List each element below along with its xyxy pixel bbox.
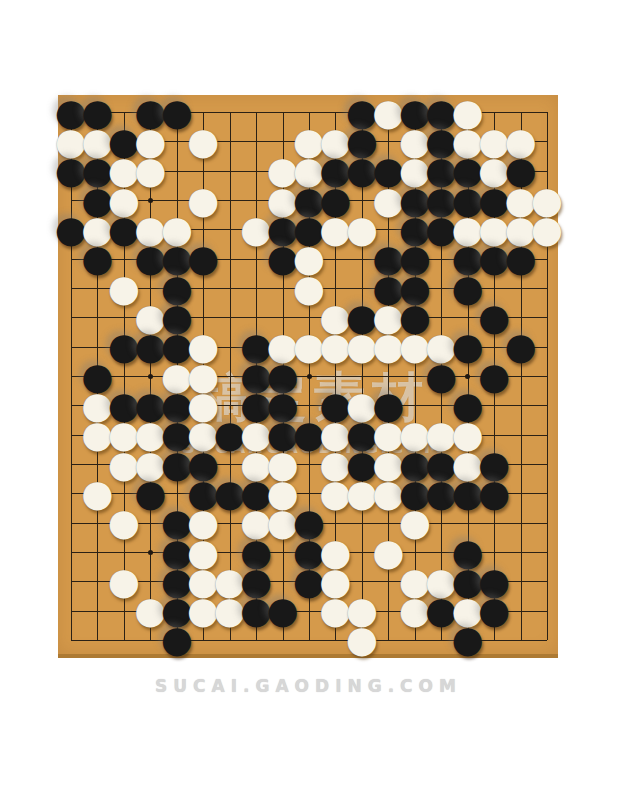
stone-black[interactable]: ● bbox=[507, 333, 534, 360]
stone-black[interactable]: ● bbox=[428, 363, 455, 390]
hoshi-star-point bbox=[307, 374, 312, 379]
watermark-bottom-text: SUCAI.GAODING.COM bbox=[0, 676, 617, 696]
hoshi-star-point bbox=[148, 374, 153, 379]
stone-white[interactable]: ● bbox=[401, 509, 428, 536]
hoshi-star-point bbox=[465, 374, 470, 379]
stone-white[interactable]: ● bbox=[348, 626, 375, 653]
stone-black[interactable]: ● bbox=[269, 597, 296, 624]
stone-black[interactable]: ● bbox=[190, 245, 217, 272]
stone-black[interactable]: ● bbox=[481, 597, 508, 624]
stone-black[interactable]: ● bbox=[454, 626, 481, 653]
stone-white[interactable]: ● bbox=[190, 187, 217, 214]
stone-white[interactable]: ● bbox=[375, 539, 402, 566]
hoshi-star-point bbox=[148, 550, 153, 555]
stone-black[interactable]: ● bbox=[137, 480, 164, 507]
screenshot-page: 稿定素材 SUCAI.GAODING.COM ●●●●●●●●●●●●●●●●●… bbox=[0, 0, 617, 800]
stone-black[interactable]: ● bbox=[84, 245, 111, 272]
stone-black[interactable]: ● bbox=[163, 626, 190, 653]
stone-white[interactable]: ● bbox=[533, 216, 560, 243]
stone-black[interactable]: ● bbox=[481, 363, 508, 390]
stone-white[interactable]: ● bbox=[84, 480, 111, 507]
stone-white[interactable]: ● bbox=[190, 128, 217, 155]
stone-black[interactable]: ● bbox=[507, 245, 534, 272]
hoshi-star-point bbox=[148, 198, 153, 203]
stone-white[interactable]: ● bbox=[137, 157, 164, 184]
go-board[interactable]: 稿定素材 SUCAI.GAODING.COM ●●●●●●●●●●●●●●●●●… bbox=[58, 95, 558, 658]
stone-white[interactable]: ● bbox=[110, 509, 137, 536]
stone-black[interactable]: ● bbox=[481, 480, 508, 507]
